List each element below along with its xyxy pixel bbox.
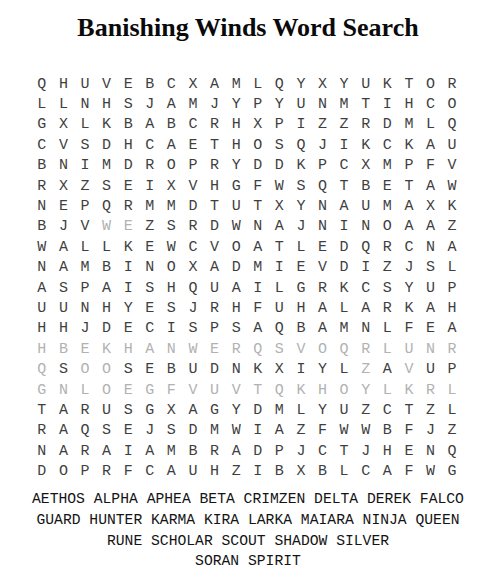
grid-cell: D	[31, 461, 53, 481]
grid-cell: A	[420, 135, 442, 155]
grid-cell: E	[204, 339, 226, 359]
grid-cell: A	[312, 319, 334, 339]
grid-cell: D	[182, 421, 204, 441]
grid-cell: U	[269, 298, 291, 318]
grid-cell: F	[398, 421, 420, 441]
grid-cell: Y	[398, 278, 420, 298]
grid-cell: A	[247, 319, 269, 339]
grid-cell: Q	[31, 359, 53, 379]
grid-cell: N	[247, 217, 269, 237]
grid-cell: O	[74, 359, 96, 379]
grid-cell: N	[420, 339, 442, 359]
grid-cell: M	[333, 319, 355, 339]
grid-cell: T	[269, 237, 291, 257]
grid-cell: A	[53, 258, 75, 278]
grid-cell: A	[53, 237, 75, 257]
grid-cell: I	[161, 319, 183, 339]
grid-cell: T	[247, 196, 269, 216]
grid-cell: Z	[312, 115, 334, 135]
word-search-grid: QHUVEBCXAMLQYXYUKTORLLNHSJAMJYPYUNMTIHCO…	[31, 74, 463, 482]
grid-cell: N	[31, 441, 53, 461]
grid-cell: N	[53, 380, 75, 400]
grid-cell: I	[333, 135, 355, 155]
grid-cell: D	[225, 258, 247, 278]
grid-cell: N	[31, 196, 53, 216]
grid-cell: R	[31, 421, 53, 441]
grid-cell: U	[225, 196, 247, 216]
grid-cell: E	[398, 441, 420, 461]
grid-cell: H	[204, 176, 226, 196]
grid-cell: I	[117, 441, 139, 461]
grid-cell: W	[420, 461, 442, 481]
grid-cell: F	[398, 461, 420, 481]
grid-cell: V	[398, 359, 420, 379]
grid-cell: A	[225, 278, 247, 298]
grid-cell: A	[139, 441, 161, 461]
grid-cell: L	[74, 115, 96, 135]
grid-cell: O	[333, 380, 355, 400]
grid-cell: L	[333, 298, 355, 318]
grid-cell: G	[139, 380, 161, 400]
grid-cell: G	[204, 400, 226, 420]
grid-cell: N	[225, 359, 247, 379]
grid-cell: A	[377, 359, 399, 379]
grid-cell: R	[139, 156, 161, 176]
grid-cell: N	[420, 237, 442, 257]
word-list-line: AETHOS ALPHA APHEA BETA CRIMZEN DELTA DE…	[0, 489, 496, 510]
grid-cell: U	[355, 196, 377, 216]
grid-cell: O	[161, 258, 183, 278]
grid-cell: P	[398, 156, 420, 176]
grid-cell: L	[420, 115, 442, 135]
grid-cell: K	[96, 339, 118, 359]
grid-cell: A	[161, 135, 183, 155]
grid-cell: Z	[290, 421, 312, 441]
grid-cell: E	[117, 380, 139, 400]
grid-cell: A	[53, 400, 75, 420]
grid-cell: K	[355, 135, 377, 155]
grid-cell: N	[312, 94, 334, 114]
grid-cell: K	[117, 237, 139, 257]
word-list-line: GUARD HUNTER KARMA KIRA LARKA MAIARA NIN…	[0, 510, 496, 531]
grid-cell: D	[117, 156, 139, 176]
grid-cell: B	[53, 339, 75, 359]
grid-cell: L	[441, 380, 463, 400]
grid-cell: H	[312, 380, 334, 400]
grid-cell: V	[290, 339, 312, 359]
grid-cell: H	[398, 94, 420, 114]
grid-cell: L	[96, 237, 118, 257]
grid-cell: M	[74, 258, 96, 278]
grid-cell: Y	[290, 74, 312, 94]
grid-cell: E	[139, 298, 161, 318]
grid-cell: T	[398, 74, 420, 94]
grid-cell: J	[420, 421, 442, 441]
grid-cell: R	[441, 339, 463, 359]
grid-cell: Q	[269, 74, 291, 94]
grid-cell: A	[312, 298, 334, 318]
grid-cell: X	[290, 461, 312, 481]
grid-cell: X	[161, 176, 183, 196]
grid-cell: D	[96, 135, 118, 155]
grid-cell: S	[161, 298, 183, 318]
grid-cell: C	[182, 115, 204, 135]
grid-cell: V	[182, 176, 204, 196]
grid-cell: T	[398, 176, 420, 196]
grid-cell: A	[96, 278, 118, 298]
grid-cell: A	[441, 319, 463, 339]
grid-cell: X	[53, 176, 75, 196]
grid-cell: V	[312, 258, 334, 278]
grid-cell: E	[117, 176, 139, 196]
grid-cell: J	[139, 421, 161, 441]
grid-cell: I	[290, 115, 312, 135]
grid-cell: M	[377, 156, 399, 176]
grid-cell: Z	[139, 217, 161, 237]
grid-cell: H	[117, 135, 139, 155]
grid-cell: R	[96, 461, 118, 481]
grid-cell: C	[398, 237, 420, 257]
grid-cell: K	[290, 380, 312, 400]
grid-cell: A	[441, 237, 463, 257]
grid-cell: U	[355, 74, 377, 94]
grid-cell: Z	[355, 359, 377, 379]
grid-cell: X	[269, 196, 291, 216]
grid-cell: H	[225, 115, 247, 135]
grid-cell: B	[31, 217, 53, 237]
grid-cell: J	[355, 441, 377, 461]
grid-cell: B	[31, 156, 53, 176]
grid-cell: X	[247, 115, 269, 135]
grid-cell: F	[117, 461, 139, 481]
grid-cell: Q	[355, 237, 377, 257]
grid-cell: J	[139, 94, 161, 114]
grid-cell: B	[117, 115, 139, 135]
grid-cell: J	[312, 135, 334, 155]
grid-cell: B	[161, 359, 183, 379]
grid-cell: H	[377, 441, 399, 461]
grid-cell: S	[269, 135, 291, 155]
grid-cell: T	[204, 135, 226, 155]
grid-cell: Q	[74, 421, 96, 441]
grid-cell: E	[117, 421, 139, 441]
grid-cell: R	[74, 400, 96, 420]
grid-cell: W	[269, 176, 291, 196]
grid-cell: P	[182, 156, 204, 176]
grid-cell: C	[355, 278, 377, 298]
grid-cell: V	[225, 380, 247, 400]
grid-cell: O	[225, 237, 247, 257]
grid-cell: S	[53, 278, 75, 298]
grid-cell: X	[161, 400, 183, 420]
grid-cell: S	[117, 94, 139, 114]
grid-cell: A	[420, 176, 442, 196]
grid-cell: P	[74, 278, 96, 298]
grid-cell: N	[74, 94, 96, 114]
grid-cell: L	[441, 400, 463, 420]
grid-cell: X	[420, 196, 442, 216]
grid-cell: O	[96, 359, 118, 379]
grid-cell: V	[441, 156, 463, 176]
grid-cell: K	[333, 278, 355, 298]
grid-cell: P	[74, 461, 96, 481]
grid-cell: M	[269, 400, 291, 420]
grid-cell: T	[204, 196, 226, 216]
word-list: AETHOS ALPHA APHEA BETA CRIMZEN DELTA DE…	[0, 489, 496, 572]
grid-cell: E	[139, 359, 161, 379]
grid-cell: H	[290, 298, 312, 318]
grid-cell: N	[312, 217, 334, 237]
grid-cell: I	[247, 461, 269, 481]
grid-cell: Z	[74, 176, 96, 196]
grid-cell: H	[225, 298, 247, 318]
grid-cell: O	[420, 74, 442, 94]
grid-cell: S	[269, 339, 291, 359]
grid-cell: L	[441, 258, 463, 278]
grid-cell: Y	[355, 380, 377, 400]
grid-cell: J	[182, 298, 204, 318]
grid-cell: L	[53, 94, 75, 114]
grid-cell: F	[161, 380, 183, 400]
grid-cell: R	[182, 217, 204, 237]
grid-cell: C	[420, 94, 442, 114]
grid-cell: H	[53, 319, 75, 339]
grid-cell: A	[398, 196, 420, 216]
grid-cell: U	[398, 339, 420, 359]
grid-cell: V	[53, 135, 75, 155]
grid-cell: U	[53, 298, 75, 318]
grid-cell: J	[398, 258, 420, 278]
grid-cell: A	[420, 217, 442, 237]
grid-cell: A	[269, 217, 291, 237]
grid-cell: H	[161, 278, 183, 298]
grid-cell: Y	[312, 400, 334, 420]
grid-cell: S	[117, 400, 139, 420]
grid-cell: B	[161, 115, 183, 135]
grid-cell: R	[204, 441, 226, 461]
grid-cell: D	[182, 196, 204, 216]
grid-cell: W	[31, 237, 53, 257]
grid-cell: L	[74, 380, 96, 400]
grid-cell: M	[377, 196, 399, 216]
grid-cell: R	[377, 298, 399, 318]
grid-cell: N	[53, 156, 75, 176]
grid-cell: G	[225, 176, 247, 196]
grid-cell: H	[96, 94, 118, 114]
grid-cell: L	[290, 237, 312, 257]
grid-cell: Y	[117, 298, 139, 318]
grid-cell: A	[333, 196, 355, 216]
grid-cell: S	[96, 421, 118, 441]
grid-cell: M	[96, 156, 118, 176]
grid-cell: Q	[269, 319, 291, 339]
grid-cell: I	[247, 278, 269, 298]
grid-cell: P	[74, 196, 96, 216]
grid-cell: K	[398, 298, 420, 318]
grid-cell: M	[182, 94, 204, 114]
grid-cell: I	[377, 94, 399, 114]
grid-cell: A	[161, 94, 183, 114]
grid-cell: V	[204, 237, 226, 257]
grid-cell: E	[182, 135, 204, 155]
grid-cell: S	[225, 319, 247, 339]
grid-cell: M	[161, 196, 183, 216]
grid-cell: A	[53, 421, 75, 441]
grid-cell: C	[161, 74, 183, 94]
grid-cell: P	[204, 319, 226, 339]
grid-cell: H	[204, 461, 226, 481]
grid-cell: N	[420, 441, 442, 461]
grid-cell: A	[204, 258, 226, 278]
grid-cell: K	[290, 156, 312, 176]
grid-cell: A	[182, 400, 204, 420]
grid-cell: Y	[225, 94, 247, 114]
grid-cell: P	[312, 156, 334, 176]
grid-cell: B	[377, 421, 399, 441]
grid-cell: R	[31, 176, 53, 196]
grid-cell: Z	[377, 258, 399, 278]
grid-cell: A	[139, 115, 161, 135]
grid-cell: O	[96, 380, 118, 400]
grid-cell: Q	[269, 380, 291, 400]
grid-cell: G	[139, 400, 161, 420]
grid-cell: Q	[333, 339, 355, 359]
grid-cell: Y	[269, 94, 291, 114]
grid-cell: R	[204, 156, 226, 176]
grid-cell: S	[74, 135, 96, 155]
grid-cell: S	[290, 176, 312, 196]
grid-cell: A	[139, 339, 161, 359]
grid-cell: Z	[420, 400, 442, 420]
grid-cell: Z	[333, 115, 355, 135]
grid-cell: D	[204, 217, 226, 237]
grid-cell: D	[269, 156, 291, 176]
grid-cell: R	[441, 74, 463, 94]
grid-cell: K	[441, 196, 463, 216]
grid-cell: W	[182, 339, 204, 359]
grid-cell: E	[290, 258, 312, 278]
grid-cell: Z	[225, 461, 247, 481]
grid-cell: F	[420, 156, 442, 176]
grid-cell: M	[139, 196, 161, 216]
grid-cell: R	[420, 380, 442, 400]
grid-cell: U	[420, 359, 442, 379]
grid-cell: S	[53, 359, 75, 379]
grid-cell: O	[161, 156, 183, 176]
grid-cell: L	[290, 400, 312, 420]
grid-cell: F	[247, 298, 269, 318]
grid-cell: O	[377, 217, 399, 237]
grid-cell: A	[377, 461, 399, 481]
grid-cell: L	[377, 380, 399, 400]
grid-cell: L	[74, 237, 96, 257]
grid-cell: G	[441, 461, 463, 481]
grid-cell: I	[74, 156, 96, 176]
grid-cell: D	[247, 156, 269, 176]
grid-cell: R	[74, 441, 96, 461]
grid-cell: U	[182, 461, 204, 481]
grid-cell: T	[355, 94, 377, 114]
grid-cell: S	[117, 359, 139, 379]
grid-cell: M	[398, 115, 420, 135]
grid-cell: N	[355, 217, 377, 237]
grid-cell: U	[204, 278, 226, 298]
grid-cell: K	[398, 135, 420, 155]
grid-cell: U	[74, 74, 96, 94]
grid-cell: S	[182, 319, 204, 339]
grid-cell: T	[333, 176, 355, 196]
grid-cell: M	[161, 441, 183, 461]
grid-cell: D	[333, 258, 355, 278]
grid-cell: L	[333, 461, 355, 481]
grid-cell: R	[117, 196, 139, 216]
grid-cell: R	[312, 278, 334, 298]
grid-cell: H	[31, 339, 53, 359]
grid-cell: P	[247, 94, 269, 114]
grid-cell: E	[420, 319, 442, 339]
grid-cell: X	[355, 156, 377, 176]
grid-cell: B	[182, 441, 204, 461]
grid-cell: A	[269, 421, 291, 441]
grid-cell: R	[355, 339, 377, 359]
grid-cell: U	[96, 400, 118, 420]
grid-cell: K	[398, 380, 420, 400]
grid-cell: Y	[225, 400, 247, 420]
grid-cell: Q	[312, 176, 334, 196]
grid-cell: X	[269, 359, 291, 379]
grid-cell: Y	[225, 156, 247, 176]
grid-cell: O	[312, 339, 334, 359]
grid-cell: I	[117, 258, 139, 278]
word-list-line: SORAN SPIRIT	[0, 551, 496, 572]
grid-cell: N	[74, 298, 96, 318]
grid-cell: W	[96, 217, 118, 237]
grid-cell: A	[31, 278, 53, 298]
grid-cell: Y	[312, 359, 334, 379]
grid-cell: B	[269, 461, 291, 481]
grid-cell: S	[161, 421, 183, 441]
grid-cell: S	[139, 278, 161, 298]
grid-cell: C	[312, 441, 334, 461]
grid-cell: Y	[290, 196, 312, 216]
grid-cell: W	[225, 217, 247, 237]
grid-cell: D	[377, 115, 399, 135]
grid-cell: A	[420, 298, 442, 318]
grid-cell: M	[247, 258, 269, 278]
grid-cell: C	[139, 319, 161, 339]
grid-cell: X	[53, 115, 75, 135]
grid-cell: E	[139, 237, 161, 257]
page-title: Banishing Winds Word Search	[0, 13, 496, 43]
grid-cell: O	[53, 461, 75, 481]
grid-cell: G	[31, 115, 53, 135]
grid-cell: C	[139, 135, 161, 155]
grid-cell: I	[290, 359, 312, 379]
grid-cell: N	[161, 339, 183, 359]
grid-cell: M	[225, 74, 247, 94]
grid-cell: J	[290, 217, 312, 237]
grid-cell: U	[290, 94, 312, 114]
grid-cell: R	[377, 237, 399, 257]
grid-cell: J	[290, 441, 312, 461]
grid-cell: W	[333, 421, 355, 441]
grid-cell: P	[441, 359, 463, 379]
grid-cell: K	[247, 359, 269, 379]
grid-cell: W	[225, 421, 247, 441]
grid-cell: M	[333, 94, 355, 114]
grid-cell: L	[247, 74, 269, 94]
grid-cell: I	[333, 217, 355, 237]
